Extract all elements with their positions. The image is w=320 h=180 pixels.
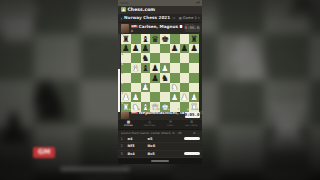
square-f8[interactable] <box>170 34 180 44</box>
square-h6[interactable] <box>189 53 199 63</box>
opening-name: Giuoco Piano Game: Center Attack, 6... d… <box>121 131 192 135</box>
square-b5[interactable]: ♝ <box>131 63 141 73</box>
status-time: 10:02 <box>120 1 129 5</box>
eval-bar-white <box>118 69 120 112</box>
home-indicator[interactable] <box>151 160 169 161</box>
eval-bar <box>118 34 120 112</box>
square-g3[interactable] <box>180 83 190 93</box>
black-king[interactable]: ♚ <box>160 34 170 44</box>
black-knight[interactable]: ♞ <box>160 73 170 83</box>
move-number: 3. <box>121 152 128 156</box>
panel-tabs: ▦Moves◎Analysis✉Chat⚙Settings <box>118 120 202 130</box>
eval-line-bar <box>184 152 200 155</box>
square-b1[interactable]: b♞ <box>131 102 141 112</box>
black-move[interactable]: Bc5 <box>148 152 184 156</box>
square-a1[interactable]: 1a♜ <box>121 102 131 112</box>
tab-moves[interactable]: ▦Moves <box>118 120 139 129</box>
square-b7[interactable]: ♟ <box>131 44 141 54</box>
tab-settings[interactable]: ⚙Settings <box>181 120 202 129</box>
black-pawn[interactable]: ♟ <box>170 44 180 54</box>
white-pawn[interactable]: ♟ <box>121 92 131 102</box>
move-list: 1.e4e52.Nf3Nc63.Bc4Bc5 <box>118 136 202 159</box>
square-g7[interactable]: ♟ <box>180 44 190 54</box>
square-c6[interactable]: ♞ <box>141 53 151 63</box>
app-logo-bar: ♟ Chess.com <box>118 6 202 14</box>
white-pawn[interactable]: ♟ <box>141 83 151 93</box>
square-d3[interactable] <box>150 83 160 93</box>
bg-white-knight-icon: ♞ <box>220 26 277 90</box>
black-pawn[interactable]: ♟ <box>189 44 199 54</box>
chesscom-pawn-logo-icon: ♟ <box>121 7 126 12</box>
square-e1[interactable]: e♚ <box>160 102 170 112</box>
move-row: 1.e4e5 <box>118 136 202 144</box>
tab-label: Analysis <box>144 125 156 127</box>
black-move[interactable]: e5 <box>148 137 184 141</box>
player-row-top: GM Carlsen, Magnus 2847 ♙ 0:06.6 <box>118 23 202 34</box>
square-b8[interactable] <box>131 34 141 44</box>
status-icons: ◢ ▮ <box>196 1 200 4</box>
square-c5[interactable]: ♝ <box>141 63 151 73</box>
white-knight[interactable]: ♞ <box>131 102 141 112</box>
square-g4[interactable] <box>180 73 190 83</box>
square-h1[interactable]: h♜ <box>189 102 199 112</box>
phone-nav-bar <box>118 158 202 164</box>
tab-label: Settings <box>185 125 197 127</box>
square-a7[interactable]: 7♟ <box>121 44 131 54</box>
white-king[interactable]: ♚ <box>160 102 170 112</box>
square-d2[interactable] <box>150 92 160 102</box>
captured-pieces-bottom <box>131 116 184 120</box>
bg-white-rook-icon: ♜ <box>260 96 316 158</box>
clock-bottom: 0:05.0 <box>185 112 200 119</box>
square-g2[interactable]: ♟ <box>180 92 190 102</box>
player-name-top[interactable]: Carlsen, Magnus <box>139 24 178 29</box>
square-a6[interactable]: 6 <box>121 53 131 63</box>
white-move[interactable]: Nf3 <box>128 144 148 148</box>
chesscom-logo-text[interactable]: Chess.com <box>128 7 156 12</box>
white-pawn[interactable]: ♟ <box>170 92 180 102</box>
black-pawn[interactable]: ♟ <box>150 63 160 73</box>
black-queen[interactable]: ♛ <box>150 34 160 44</box>
square-h2[interactable]: ♟ <box>189 92 199 102</box>
eval-line-bar <box>184 137 200 140</box>
square-c1[interactable]: c♝ <box>141 102 151 112</box>
bg-white-pawn-icon: ♟ <box>0 106 33 150</box>
event-header: ‹ Norway Chess 2021 ▭ ▦ Game 1 ▾ <box>118 14 202 24</box>
square-h7[interactable]: ♟ <box>189 44 199 54</box>
square-e4[interactable]: ♞ <box>160 73 170 83</box>
square-d6[interactable] <box>150 53 160 63</box>
square-a2[interactable]: 2♟ <box>121 92 131 102</box>
clock-top: 0:06.6 <box>185 25 200 32</box>
board: 8♜♝♛♚♜7♟♟♟♟♟♟6♞5♝♝♟♟4♟♞3♟♞2♟♟♟♟♟1a♜b♞c♝d… <box>121 34 199 112</box>
black-pawn[interactable]: ♟ <box>141 44 151 54</box>
square-g8[interactable] <box>180 34 190 44</box>
rank-label: 4 <box>121 73 123 75</box>
white-move[interactable]: e4 <box>128 137 148 141</box>
square-e6[interactable] <box>160 53 170 63</box>
tab-label: Moves <box>124 125 133 127</box>
bg-black-rook-icon: ♜ <box>280 0 320 24</box>
white-pawn[interactable]: ♟ <box>131 92 141 102</box>
back-icon[interactable]: ‹ <box>121 15 123 21</box>
tab-analysis[interactable]: ◎Analysis <box>139 120 160 129</box>
bg-gm-badge: GM <box>33 147 55 158</box>
black-bishop[interactable]: ♝ <box>141 63 151 73</box>
black-rook[interactable]: ♜ <box>189 34 199 44</box>
square-b4[interactable] <box>131 73 141 83</box>
captured-pieces-top: ♙ <box>131 30 184 34</box>
norway-flag-icon <box>179 25 183 28</box>
white-move[interactable]: Bc4 <box>128 152 148 156</box>
square-f7[interactable]: ♟ <box>170 44 180 54</box>
game-selector[interactable]: ▦ Game 1 ▾ <box>179 16 200 20</box>
black-bishop[interactable]: ♝ <box>141 34 151 44</box>
square-d5[interactable]: ♟ <box>150 63 160 73</box>
square-e7[interactable] <box>160 44 170 54</box>
board-area: 8♜♝♛♚♜7♟♟♟♟♟♟6♞5♝♝♟♟4♟♞3♟♞2♟♟♟♟♟1a♜b♞c♝d… <box>118 34 202 110</box>
square-b6[interactable] <box>131 53 141 63</box>
square-e3[interactable] <box>160 83 170 93</box>
square-f5[interactable] <box>170 63 180 73</box>
white-pawn[interactable]: ♟ <box>189 92 199 102</box>
move-number: 1. <box>121 137 128 141</box>
black-pawn[interactable]: ♟ <box>131 44 141 54</box>
tab-label: Chat <box>167 125 174 127</box>
square-c7[interactable]: ♟ <box>141 44 151 54</box>
black-move[interactable]: Nc6 <box>148 144 200 148</box>
square-h3[interactable] <box>189 83 199 93</box>
square-b2[interactable]: ♟ <box>131 92 141 102</box>
white-pawn[interactable]: ♟ <box>160 63 170 73</box>
rank-label: 6 <box>121 54 123 56</box>
bg-white-queen-icon: ♛ <box>0 0 46 52</box>
square-d4[interactable]: ♟ <box>150 73 160 83</box>
square-c8[interactable]: ♝ <box>141 34 151 44</box>
white-bishop[interactable]: ♝ <box>131 63 141 73</box>
black-pawn[interactable]: ♟ <box>180 44 190 54</box>
square-h5[interactable] <box>189 63 199 73</box>
square-f1[interactable]: f <box>170 102 180 112</box>
rank-label: 5 <box>121 64 123 66</box>
move-number: 2. <box>121 144 128 148</box>
bg-blurred-text <box>60 167 130 171</box>
white-knight[interactable]: ♞ <box>170 83 180 93</box>
square-d8[interactable]: ♛ <box>150 34 160 44</box>
square-g5[interactable] <box>180 63 190 73</box>
phone-screen: 10:02 ◢ ▮ ♟ Chess.com ‹ Norway Chess 202… <box>118 0 202 164</box>
square-h8[interactable]: ♜ <box>189 34 199 44</box>
white-rook[interactable]: ♜ <box>189 102 199 112</box>
square-d7[interactable] <box>150 44 160 54</box>
black-knight[interactable]: ♞ <box>141 53 151 63</box>
square-g1[interactable]: g <box>180 102 190 112</box>
square-c3[interactable]: ♟ <box>141 83 151 93</box>
square-d1[interactable]: d♛ <box>150 102 160 112</box>
square-c2[interactable] <box>141 92 151 102</box>
white-queen[interactable]: ♛ <box>150 102 160 112</box>
square-g6[interactable] <box>180 53 190 63</box>
game-selector-label: Game 1 <box>183 16 197 20</box>
cast-icon[interactable]: ▭ <box>172 16 175 20</box>
event-title: Norway Chess 2021 <box>124 15 170 20</box>
move-row: 2.Nf3Nc6 <box>118 143 202 151</box>
square-e2[interactable] <box>160 92 170 102</box>
gm-badge-top: GM <box>131 25 138 29</box>
square-f2[interactable]: ♟ <box>170 92 180 102</box>
square-e5[interactable]: ♟ <box>160 63 170 73</box>
black-pawn[interactable]: ♟ <box>121 44 131 54</box>
square-h4[interactable] <box>189 73 199 83</box>
square-e8[interactable]: ♚ <box>160 34 170 44</box>
white-rook[interactable]: ♜ <box>121 102 131 112</box>
avatar-top[interactable] <box>121 24 130 33</box>
board-icon: ▦ <box>179 16 182 20</box>
opening-actions-icons[interactable]: ⇄ ⋯ <box>193 131 199 135</box>
square-b3[interactable] <box>131 83 141 93</box>
square-a3[interactable]: 3 <box>121 83 131 93</box>
white-pawn[interactable]: ♟ <box>180 92 190 102</box>
square-f3[interactable]: ♞ <box>170 83 180 93</box>
chevron-down-icon: ▾ <box>198 16 200 20</box>
tab-chat[interactable]: ✉Chat <box>160 120 181 129</box>
white-bishop[interactable]: ♝ <box>141 102 151 112</box>
black-pawn[interactable]: ♟ <box>150 73 160 83</box>
move-row: 3.Bc4Bc5 <box>118 151 202 159</box>
rank-label: 3 <box>121 83 123 85</box>
square-f6[interactable] <box>170 53 180 63</box>
